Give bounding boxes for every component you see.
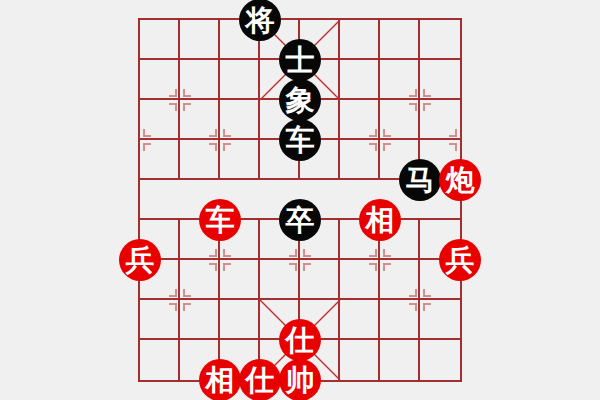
- piece-layer: 将士象车马炮车卒相兵兵仕相仕帅: [140, 20, 460, 380]
- piece-black-advisor[interactable]: 士: [279, 39, 321, 81]
- piece-red-advisor[interactable]: 仕: [279, 319, 321, 361]
- piece-red-elephant[interactable]: 相: [359, 199, 401, 241]
- piece-black-king[interactable]: 将: [239, 0, 281, 41]
- piece-red-king[interactable]: 帅: [279, 359, 321, 400]
- piece-red-pawn[interactable]: 兵: [439, 239, 481, 281]
- piece-black-chariot[interactable]: 车: [279, 119, 321, 161]
- xiangqi-board[interactable]: 将士象车马炮车卒相兵兵仕相仕帅: [138, 18, 462, 382]
- piece-black-elephant[interactable]: 象: [279, 79, 321, 121]
- piece-red-pawn[interactable]: 兵: [119, 239, 161, 281]
- piece-red-elephant[interactable]: 相: [199, 359, 241, 400]
- piece-red-chariot[interactable]: 车: [199, 199, 241, 241]
- xiangqi-board-screenshot: 将士象车马炮车卒相兵兵仕相仕帅: [0, 0, 600, 400]
- piece-red-cannon[interactable]: 炮: [439, 159, 481, 201]
- piece-black-pawn[interactable]: 卒: [279, 199, 321, 241]
- piece-red-advisor[interactable]: 仕: [239, 359, 281, 400]
- piece-black-horse[interactable]: 马: [399, 159, 441, 201]
